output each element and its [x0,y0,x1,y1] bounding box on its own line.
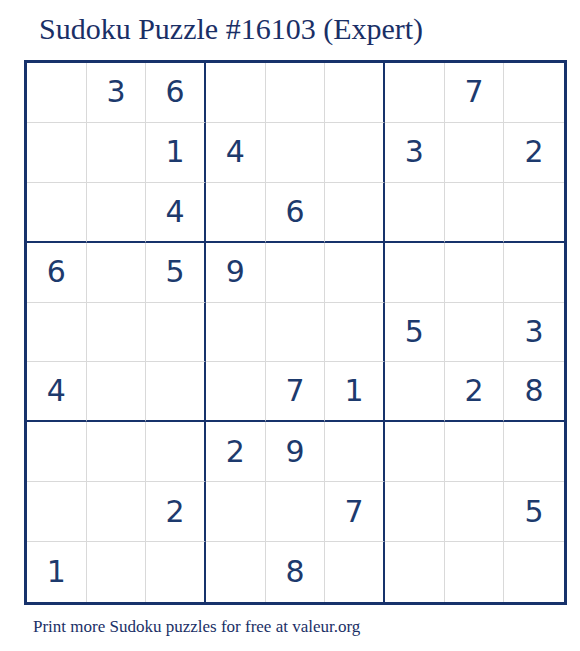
cell-r9c1: 1 [27,542,87,602]
cell-r6c3 [146,362,206,422]
cell-r3c1 [27,183,87,243]
cell-r1c6 [325,63,385,123]
cell-r7c9 [504,422,564,482]
cell-r2c8 [445,123,505,183]
cell-r9c2 [87,542,147,602]
cell-r5c7: 5 [385,303,445,363]
cell-r5c1 [27,303,87,363]
cell-r4c5 [266,243,326,303]
cell-r4c2 [87,243,147,303]
cell-r3c4 [206,183,266,243]
cell-r9c3 [146,542,206,602]
cell-r8c2 [87,482,147,542]
cell-r9c7 [385,542,445,602]
cell-r7c3 [146,422,206,482]
cell-r9c5: 8 [266,542,326,602]
cell-r9c6 [325,542,385,602]
cell-r4c8 [445,243,505,303]
cell-r8c8 [445,482,505,542]
cell-r2c4: 4 [206,123,266,183]
cell-r3c6 [325,183,385,243]
cell-r5c2 [87,303,147,363]
cell-r3c9 [504,183,564,243]
cell-r1c3: 6 [146,63,206,123]
cell-r1c4 [206,63,266,123]
cell-r5c6 [325,303,385,363]
cell-r9c4 [206,542,266,602]
cell-r6c5: 7 [266,362,326,422]
cell-r2c1 [27,123,87,183]
cell-r6c6: 1 [325,362,385,422]
cell-r6c4 [206,362,266,422]
cell-r8c4 [206,482,266,542]
cell-r8c3: 2 [146,482,206,542]
cell-r7c1 [27,422,87,482]
cell-r2c7: 3 [385,123,445,183]
cell-r4c4: 9 [206,243,266,303]
cell-r7c8 [445,422,505,482]
page-title: Sudoku Puzzle #16103 (Expert) [39,12,423,46]
cell-r6c2 [87,362,147,422]
cell-r4c9 [504,243,564,303]
cell-r2c9: 2 [504,123,564,183]
cell-r5c5 [266,303,326,363]
cell-r5c4 [206,303,266,363]
footer-credit: Print more Sudoku puzzles for free at va… [33,617,360,637]
cell-r7c4: 2 [206,422,266,482]
cell-r8c9: 5 [504,482,564,542]
cell-r5c9: 3 [504,303,564,363]
cell-r7c7 [385,422,445,482]
cell-r1c1 [27,63,87,123]
cell-r4c7 [385,243,445,303]
cell-r3c2 [87,183,147,243]
cell-r6c8: 2 [445,362,505,422]
cell-r1c7 [385,63,445,123]
cell-r4c3: 5 [146,243,206,303]
cell-r2c5 [266,123,326,183]
cell-r6c9: 8 [504,362,564,422]
cell-r3c8 [445,183,505,243]
cell-r9c9 [504,542,564,602]
cell-r8c1 [27,482,87,542]
cell-r4c1: 6 [27,243,87,303]
cell-r3c7 [385,183,445,243]
cell-r5c8 [445,303,505,363]
cell-r8c6: 7 [325,482,385,542]
cell-r1c5 [266,63,326,123]
cell-r6c7 [385,362,445,422]
cell-r1c2: 3 [87,63,147,123]
cell-r9c8 [445,542,505,602]
sudoku-board: 36714324665953471282927518 [24,60,567,605]
cell-r2c6 [325,123,385,183]
cell-r7c2 [87,422,147,482]
cell-r6c1: 4 [27,362,87,422]
cell-r7c6 [325,422,385,482]
cell-r3c5: 6 [266,183,326,243]
cell-r1c8: 7 [445,63,505,123]
cell-r3c3: 4 [146,183,206,243]
cell-r8c7 [385,482,445,542]
sudoku-page: Sudoku Puzzle #16103 (Expert) 3671432466… [0,0,580,651]
cell-r2c2 [87,123,147,183]
cell-r5c3 [146,303,206,363]
cell-r2c3: 1 [146,123,206,183]
cell-r7c5: 9 [266,422,326,482]
cell-r1c9 [504,63,564,123]
cell-r4c6 [325,243,385,303]
cell-r8c5 [266,482,326,542]
